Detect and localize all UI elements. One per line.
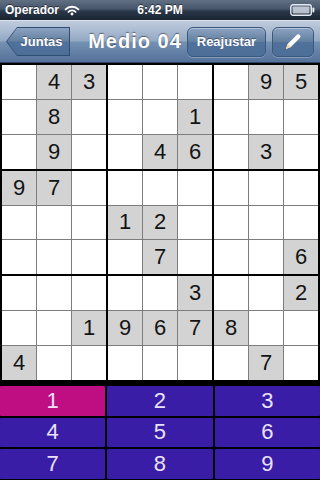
cell-r4c2[interactable]: 7 [37, 171, 71, 205]
cell-r5c3[interactable] [72, 206, 106, 240]
back-button-label: Juntas [21, 34, 63, 49]
cell-r3c6[interactable]: 6 [178, 135, 212, 169]
numpad-key-3[interactable]: 3 [215, 386, 320, 416]
numpad-key-5[interactable]: 5 [107, 418, 212, 448]
cell-r3c4[interactable] [108, 135, 142, 169]
numpad: 123456789 [0, 382, 320, 480]
back-button[interactable]: Juntas [6, 27, 70, 56]
cell-r8c1[interactable] [2, 311, 36, 345]
cell-r6c7[interactable] [214, 240, 248, 274]
wifi-icon [64, 4, 80, 16]
cell-r1c9[interactable]: 5 [284, 65, 318, 99]
numpad-key-4[interactable]: 4 [0, 418, 105, 448]
cell-r2c3[interactable] [72, 100, 106, 134]
cell-r5c6[interactable] [178, 206, 212, 240]
numpad-key-2[interactable]: 2 [107, 386, 212, 416]
cell-r2c4[interactable] [108, 100, 142, 134]
cell-r3c9[interactable] [284, 135, 318, 169]
cell-r3c7[interactable] [214, 135, 248, 169]
reset-button[interactable]: Reajustar [187, 27, 266, 57]
block-3-3: 287 [214, 276, 318, 380]
cell-r2c5[interactable] [143, 100, 177, 134]
cell-r5c8[interactable] [249, 206, 283, 240]
cell-r9c2[interactable] [37, 346, 71, 380]
cell-r9c4[interactable] [108, 346, 142, 380]
cell-r1c4[interactable] [108, 65, 142, 99]
cell-r2c6[interactable]: 1 [178, 100, 212, 134]
cell-r9c9[interactable] [284, 346, 318, 380]
cell-r8c9[interactable] [284, 311, 318, 345]
cell-r3c5[interactable]: 4 [143, 135, 177, 169]
cell-r1c1[interactable] [2, 65, 36, 99]
cell-r9c6[interactable] [178, 346, 212, 380]
cell-r6c6[interactable] [178, 240, 212, 274]
edit-button[interactable] [272, 27, 314, 57]
cell-r3c2[interactable]: 9 [37, 135, 71, 169]
cell-r7c3[interactable] [72, 276, 106, 310]
cell-r6c5[interactable]: 7 [143, 240, 177, 274]
nav-bar: Juntas Medio 04 Reajustar [0, 20, 320, 63]
block-2-3: 6 [214, 171, 318, 275]
cell-r6c8[interactable] [249, 240, 283, 274]
cell-r8c4[interactable]: 9 [108, 311, 142, 345]
cell-r9c5[interactable] [143, 346, 177, 380]
cell-r7c5[interactable] [143, 276, 177, 310]
cell-r2c7[interactable] [214, 100, 248, 134]
cell-r8c5[interactable]: 6 [143, 311, 177, 345]
status-bar: Operador 6:42 PM [0, 0, 320, 20]
cell-r2c8[interactable] [249, 100, 283, 134]
numpad-key-6[interactable]: 6 [215, 418, 320, 448]
cell-r4c6[interactable] [178, 171, 212, 205]
cell-r5c7[interactable] [214, 206, 248, 240]
cell-r6c1[interactable] [2, 240, 36, 274]
cell-r3c1[interactable] [2, 135, 36, 169]
cell-r3c3[interactable] [72, 135, 106, 169]
block-2-1: 97 [2, 171, 106, 275]
cell-r7c6[interactable]: 3 [178, 276, 212, 310]
cell-r1c6[interactable] [178, 65, 212, 99]
numpad-key-7[interactable]: 7 [0, 449, 105, 479]
cell-r6c2[interactable] [37, 240, 71, 274]
battery-icon [290, 4, 315, 16]
cell-r6c4[interactable] [108, 240, 142, 274]
cell-r4c4[interactable] [108, 171, 142, 205]
cell-r7c8[interactable] [249, 276, 283, 310]
cell-r6c3[interactable] [72, 240, 106, 274]
cell-r8c7[interactable]: 8 [214, 311, 248, 345]
cell-r4c5[interactable] [143, 171, 177, 205]
cell-r8c3[interactable]: 1 [72, 311, 106, 345]
block-1-2: 146 [108, 65, 212, 169]
cell-r8c6[interactable]: 7 [178, 311, 212, 345]
block-3-2: 3967 [108, 276, 212, 380]
cell-r7c2[interactable] [37, 276, 71, 310]
numpad-key-1[interactable]: 1 [0, 386, 105, 416]
cell-r4c7[interactable] [214, 171, 248, 205]
cell-r6c9[interactable]: 6 [284, 240, 318, 274]
cell-r9c8[interactable]: 7 [249, 346, 283, 380]
cell-r7c7[interactable] [214, 276, 248, 310]
sudoku-board: 4389146953971276143967287 [0, 63, 320, 382]
cell-r4c9[interactable] [284, 171, 318, 205]
cell-r5c1[interactable] [2, 206, 36, 240]
cell-r1c2[interactable]: 4 [37, 65, 71, 99]
cell-r5c5[interactable]: 2 [143, 206, 177, 240]
cell-r7c4[interactable] [108, 276, 142, 310]
cell-r4c3[interactable] [72, 171, 106, 205]
cell-r1c7[interactable] [214, 65, 248, 99]
block-3-1: 14 [2, 276, 106, 380]
cell-r1c3[interactable]: 3 [72, 65, 106, 99]
pencil-icon [283, 32, 303, 52]
block-2-2: 127 [108, 171, 212, 275]
app-screen: Operador 6:42 PM Juntas Medio 04 Reajust… [0, 0, 320, 480]
numpad-key-9[interactable]: 9 [215, 449, 320, 479]
carrier-label: Operador [5, 3, 59, 17]
cell-r4c1[interactable]: 9 [2, 171, 36, 205]
cell-r7c9[interactable]: 2 [284, 276, 318, 310]
block-1-3: 953 [214, 65, 318, 169]
page-title: Medio 04 [80, 30, 190, 53]
cell-r7c1[interactable] [2, 276, 36, 310]
cell-r3c8[interactable]: 3 [249, 135, 283, 169]
cell-r9c3[interactable] [72, 346, 106, 380]
cell-r5c2[interactable] [37, 206, 71, 240]
cell-r2c9[interactable] [284, 100, 318, 134]
cell-r2c2[interactable]: 8 [37, 100, 71, 134]
cell-r5c9[interactable] [284, 206, 318, 240]
block-1-1: 4389 [2, 65, 106, 169]
cell-r4c8[interactable] [249, 171, 283, 205]
numpad-key-8[interactable]: 8 [107, 449, 212, 479]
cell-r5c4[interactable]: 1 [108, 206, 142, 240]
cell-r1c8[interactable]: 9 [249, 65, 283, 99]
cell-r2c1[interactable] [2, 100, 36, 134]
cell-r1c5[interactable] [143, 65, 177, 99]
cell-r9c1[interactable]: 4 [2, 346, 36, 380]
cell-r8c8[interactable] [249, 311, 283, 345]
cell-r8c2[interactable] [37, 311, 71, 345]
cell-r9c7[interactable] [214, 346, 248, 380]
